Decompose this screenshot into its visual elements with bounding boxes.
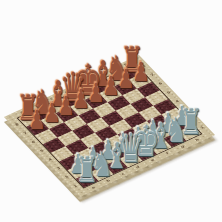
- chess-piece-black-p[interactable]: ♟: [28, 107, 45, 133]
- chess-piece-black-p[interactable]: ♟: [73, 87, 90, 113]
- chess-set-photo: aa88bb77cc66dd55ee44ff33gg22hh11 ♜♞♝♛♚♝♞…: [0, 0, 222, 222]
- chess-piece-black-p[interactable]: ♟: [102, 73, 119, 99]
- chess-piece-black-p[interactable]: ♟: [88, 80, 105, 106]
- chess-piece-black-p[interactable]: ♟: [132, 59, 149, 85]
- chess-piece-white-r[interactable]: ♜: [75, 153, 98, 188]
- pieces-layer: ♜♞♝♛♚♝♞♜♟♟♟♟♟♟♟♟♟♟♟♟♟♟♟♟♜♞♝♛♚♝♞♜: [0, 0, 222, 222]
- chess-piece-black-p[interactable]: ♟: [117, 66, 134, 92]
